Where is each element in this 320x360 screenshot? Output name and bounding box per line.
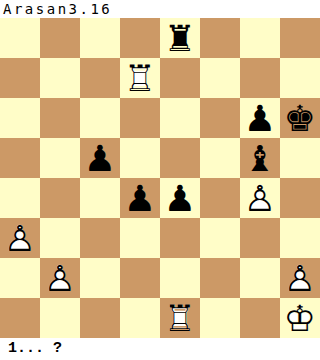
square-g2[interactable] [240,258,280,298]
square-d3[interactable] [120,218,160,258]
square-f2[interactable] [200,258,240,298]
square-e2[interactable] [160,258,200,298]
square-f1[interactable] [200,298,240,338]
white-pawn-icon: ♟♙ [280,258,320,298]
square-b5[interactable] [40,138,80,178]
square-e7[interactable] [160,58,200,98]
black-rook-icon: ♜ [160,18,200,58]
square-e6[interactable] [160,98,200,138]
square-h1[interactable]: ♚♔ [280,298,320,338]
square-c4[interactable] [80,178,120,218]
square-c7[interactable] [80,58,120,98]
engine-title: Arasan3.16 [3,1,112,18]
square-b2[interactable]: ♟♙ [40,258,80,298]
square-e4[interactable]: ♟ [160,178,200,218]
square-a2[interactable] [0,258,40,298]
square-b1[interactable] [40,298,80,338]
move-prompt: 1... ? [8,339,62,359]
square-e3[interactable] [160,218,200,258]
square-f8[interactable] [200,18,240,58]
square-g7[interactable] [240,58,280,98]
black-pawn-icon: ♟ [120,178,160,218]
square-b7[interactable] [40,58,80,98]
white-pawn-icon: ♟♙ [240,178,280,218]
square-b8[interactable] [40,18,80,58]
square-e1[interactable]: ♜♖ [160,298,200,338]
square-d2[interactable] [120,258,160,298]
square-a1[interactable] [0,298,40,338]
square-d6[interactable] [120,98,160,138]
black-king-icon: ♚ [280,98,320,138]
black-bishop-icon: ♝ [240,138,280,178]
square-b4[interactable] [40,178,80,218]
square-d8[interactable] [120,18,160,58]
square-h8[interactable] [280,18,320,58]
square-f7[interactable] [200,58,240,98]
square-h5[interactable] [280,138,320,178]
white-rook-icon: ♜♖ [120,58,160,98]
square-f6[interactable] [200,98,240,138]
square-a3[interactable]: ♟♙ [0,218,40,258]
square-c6[interactable] [80,98,120,138]
square-h2[interactable]: ♟♙ [280,258,320,298]
white-king-icon: ♚♔ [280,298,320,338]
square-c3[interactable] [80,218,120,258]
square-b3[interactable] [40,218,80,258]
square-f3[interactable] [200,218,240,258]
square-e5[interactable] [160,138,200,178]
black-pawn-icon: ♟ [240,98,280,138]
square-g6[interactable]: ♟ [240,98,280,138]
square-a4[interactable] [0,178,40,218]
square-a6[interactable] [0,98,40,138]
chess-board: ♜♜♖♟♚♟♝♟♟♟♙♟♙♟♙♟♙♜♖♚♔ [0,18,320,338]
square-e8[interactable]: ♜ [160,18,200,58]
square-h3[interactable] [280,218,320,258]
square-g4[interactable]: ♟♙ [240,178,280,218]
square-g8[interactable] [240,18,280,58]
black-pawn-icon: ♟ [80,138,120,178]
square-g1[interactable] [240,298,280,338]
square-d4[interactable]: ♟ [120,178,160,218]
white-rook-icon: ♜♖ [160,298,200,338]
square-d1[interactable] [120,298,160,338]
square-d7[interactable]: ♜♖ [120,58,160,98]
square-f4[interactable] [200,178,240,218]
square-g5[interactable]: ♝ [240,138,280,178]
square-c2[interactable] [80,258,120,298]
square-a8[interactable] [0,18,40,58]
square-d5[interactable] [120,138,160,178]
square-a5[interactable] [0,138,40,178]
square-c1[interactable] [80,298,120,338]
square-a7[interactable] [0,58,40,98]
white-pawn-icon: ♟♙ [0,218,40,258]
square-h6[interactable]: ♚ [280,98,320,138]
square-c5[interactable]: ♟ [80,138,120,178]
black-pawn-icon: ♟ [160,178,200,218]
square-g3[interactable] [240,218,280,258]
square-c8[interactable] [80,18,120,58]
square-f5[interactable] [200,138,240,178]
white-pawn-icon: ♟♙ [40,258,80,298]
square-h7[interactable] [280,58,320,98]
square-h4[interactable] [280,178,320,218]
square-b6[interactable] [40,98,80,138]
